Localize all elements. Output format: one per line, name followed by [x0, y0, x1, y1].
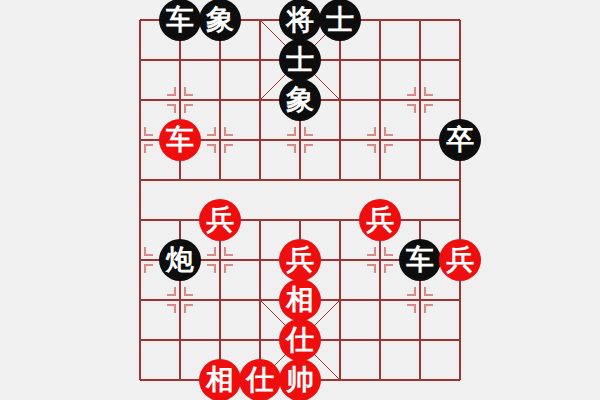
piece-red-soldier[interactable]: 兵 [359, 199, 401, 241]
piece-red-soldier[interactable]: 兵 [439, 239, 481, 281]
piece-red-advisor[interactable]: 仕 [239, 359, 281, 400]
piece-red-general[interactable]: 帅 [279, 359, 321, 400]
piece-black-elephant[interactable]: 象 [199, 0, 241, 41]
piece-black-elephant[interactable]: 象 [279, 79, 321, 121]
piece-red-elephant[interactable]: 相 [199, 359, 241, 400]
piece-red-elephant[interactable]: 相 [279, 279, 321, 321]
piece-black-advisor[interactable]: 士 [319, 0, 361, 41]
xiangqi-board: 车象将士士象车卒兵兵炮兵车兵相仕相仕帅 [0, 0, 600, 400]
piece-red-soldier[interactable]: 兵 [279, 239, 321, 281]
piece-red-advisor[interactable]: 仕 [279, 319, 321, 361]
piece-black-soldier[interactable]: 卒 [439, 119, 481, 161]
piece-red-soldier[interactable]: 兵 [199, 199, 241, 241]
piece-black-chariot[interactable]: 车 [159, 0, 201, 41]
piece-black-cannon[interactable]: 炮 [159, 239, 201, 281]
piece-red-chariot[interactable]: 车 [159, 119, 201, 161]
piece-black-chariot[interactable]: 车 [399, 239, 441, 281]
piece-black-advisor[interactable]: 士 [279, 39, 321, 81]
piece-black-general[interactable]: 将 [279, 0, 321, 41]
